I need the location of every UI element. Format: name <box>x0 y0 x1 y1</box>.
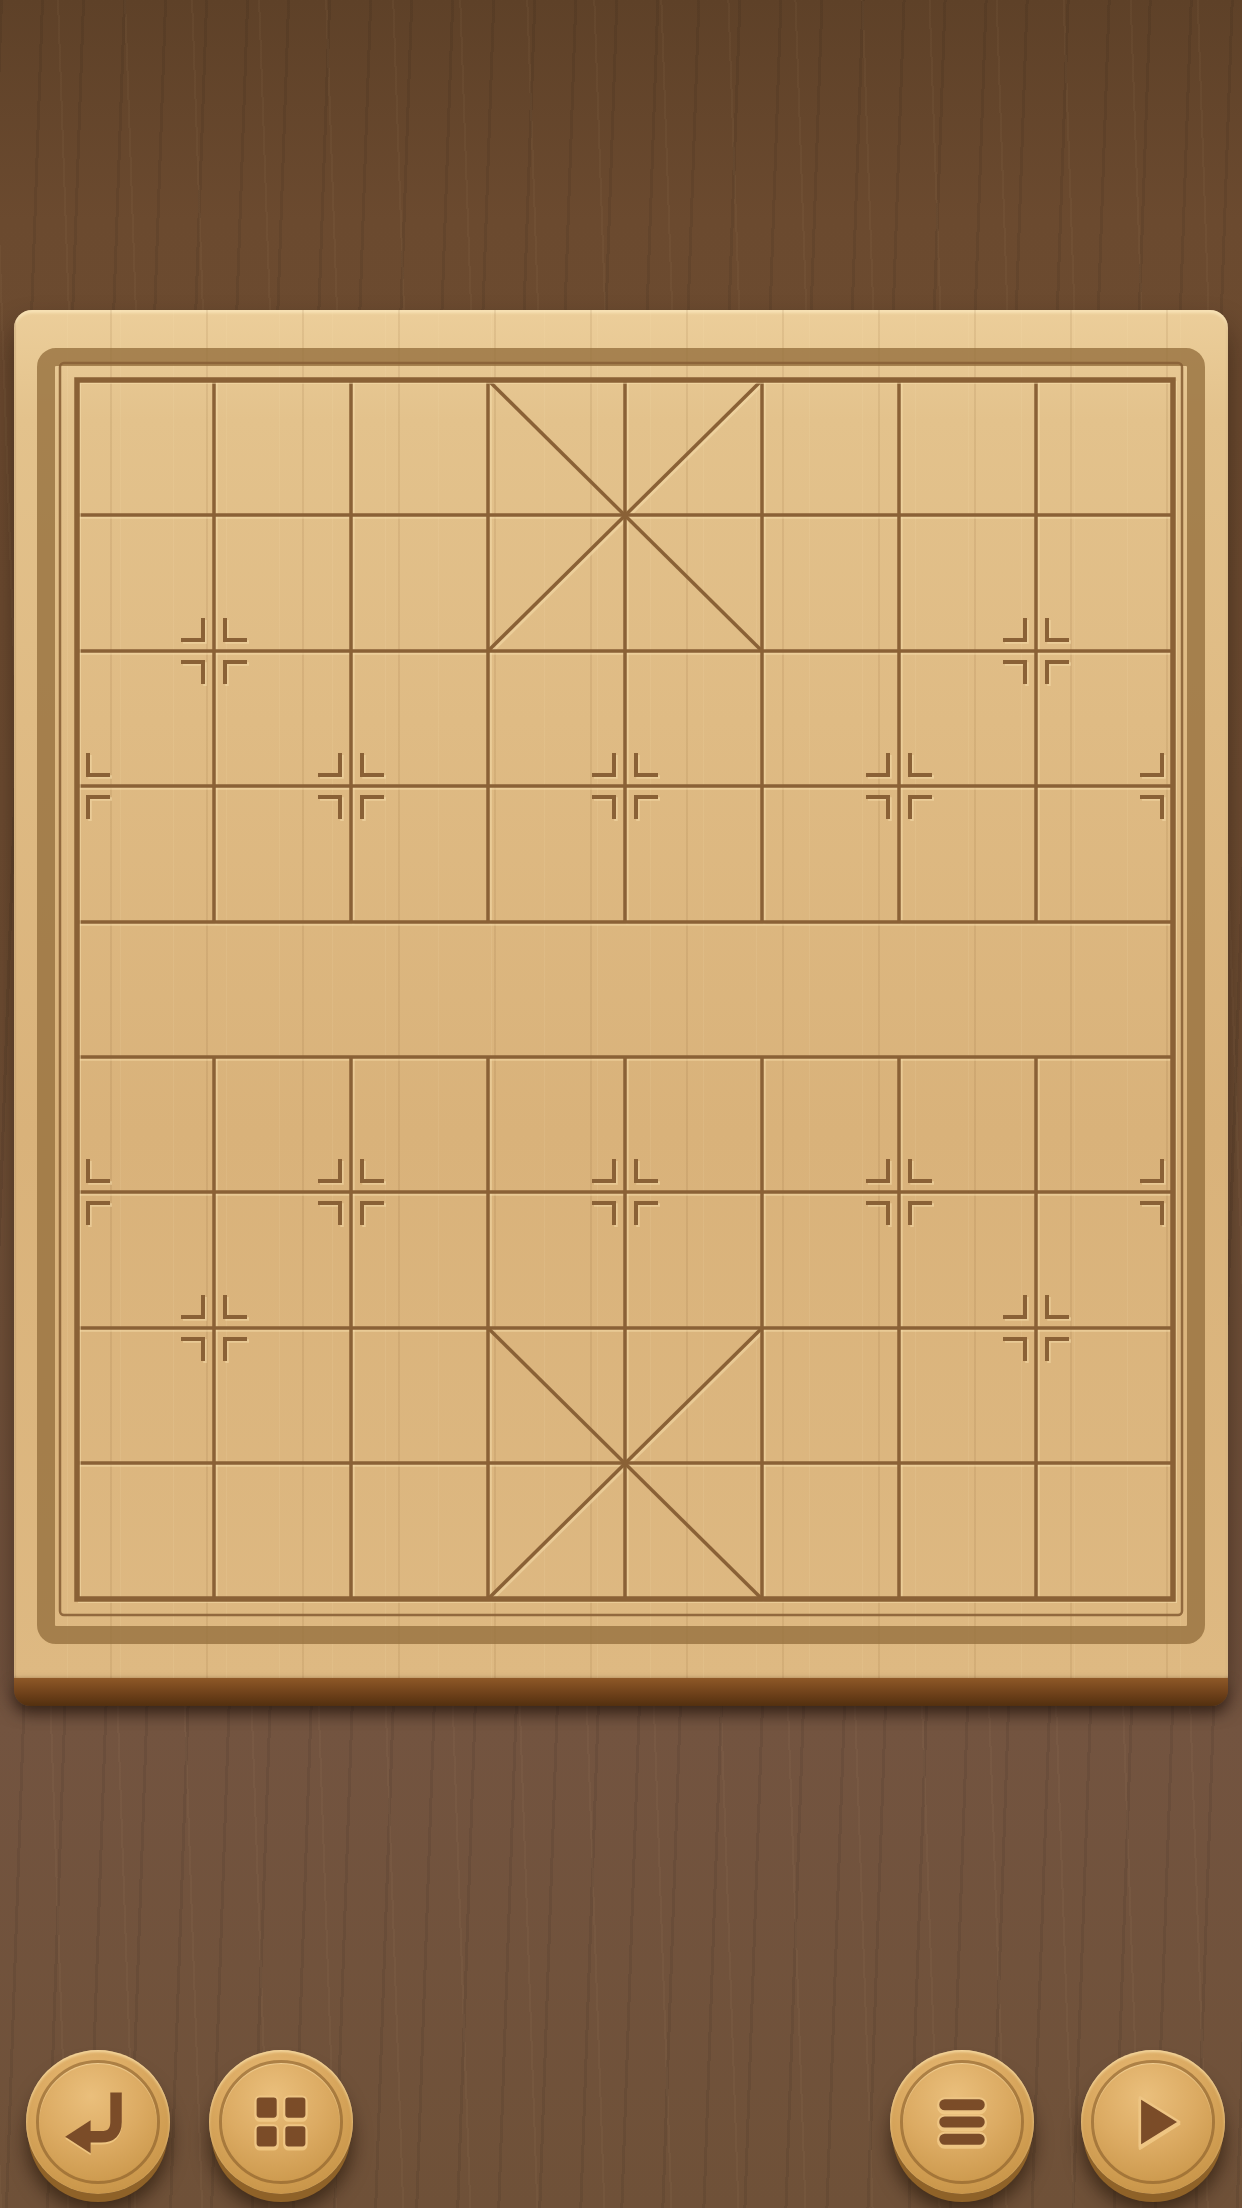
moves-list-button[interactable] <box>890 2050 1034 2194</box>
xiangqi-board <box>14 310 1228 1680</box>
return-arrow-icon <box>57 2081 139 2163</box>
play-button[interactable] <box>1081 2050 1225 2194</box>
undo-button[interactable] <box>26 2050 170 2194</box>
board-plank-texture <box>14 310 1228 1680</box>
board-bottom-bevel <box>14 1678 1228 1706</box>
list-icon <box>921 2081 1003 2163</box>
grid-icon <box>240 2081 322 2163</box>
play-icon <box>1112 2081 1194 2163</box>
levels-button[interactable] <box>209 2050 353 2194</box>
stage <box>0 0 1242 2208</box>
